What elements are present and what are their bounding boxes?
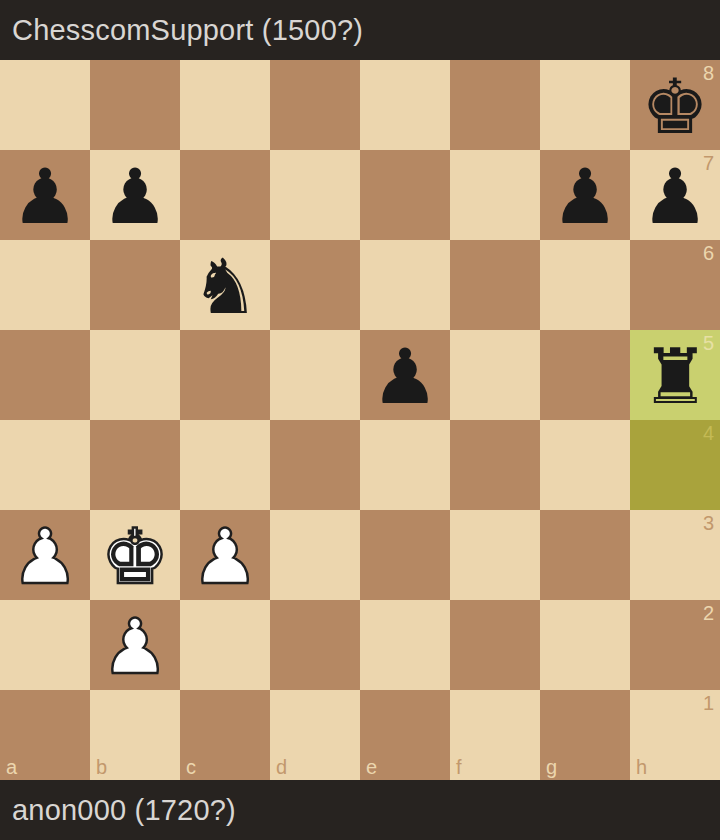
square-g1[interactable]: g (540, 690, 630, 780)
square-g2[interactable] (540, 600, 630, 690)
square-h8[interactable]: 8♚ (630, 60, 720, 150)
square-e3[interactable] (360, 510, 450, 600)
square-c5[interactable] (180, 330, 270, 420)
file-label-g: g (546, 757, 557, 777)
square-b5[interactable] (90, 330, 180, 420)
piece-white-pawn[interactable]: ♟ (0, 512, 90, 602)
square-a1[interactable]: a (0, 690, 90, 780)
file-label-a: a (6, 757, 17, 777)
square-f1[interactable]: f (450, 690, 540, 780)
square-e2[interactable] (360, 600, 450, 690)
piece-black-pawn[interactable]: ♟ (360, 332, 450, 422)
square-b7[interactable]: ♟ (90, 150, 180, 240)
file-label-e: e (366, 757, 377, 777)
rank-label-2: 2 (703, 603, 714, 623)
piece-black-king[interactable]: ♚ (630, 62, 720, 152)
square-e7[interactable] (360, 150, 450, 240)
square-e5[interactable]: ♟ (360, 330, 450, 420)
piece-black-rook[interactable]: ♜ (630, 332, 720, 422)
square-c1[interactable]: c (180, 690, 270, 780)
square-h3[interactable]: 3 (630, 510, 720, 600)
player-name: anon000 (1720?) (12, 794, 236, 827)
chess-board[interactable]: 8♚♟♟♟7♟♞6♟5♜4♟♚♟3♟2abcdefg1h (0, 60, 720, 780)
square-h4[interactable]: 4 (630, 420, 720, 510)
square-g5[interactable] (540, 330, 630, 420)
square-f3[interactable] (450, 510, 540, 600)
square-f7[interactable] (450, 150, 540, 240)
square-d8[interactable] (270, 60, 360, 150)
square-a2[interactable] (0, 600, 90, 690)
square-a3[interactable]: ♟ (0, 510, 90, 600)
square-g8[interactable] (540, 60, 630, 150)
square-d3[interactable] (270, 510, 360, 600)
rank-label-3: 3 (703, 513, 714, 533)
file-label-d: d (276, 757, 287, 777)
square-c8[interactable] (180, 60, 270, 150)
square-h1[interactable]: 1h (630, 690, 720, 780)
square-c2[interactable] (180, 600, 270, 690)
square-h5[interactable]: 5♜ (630, 330, 720, 420)
square-g4[interactable] (540, 420, 630, 510)
square-c4[interactable] (180, 420, 270, 510)
square-d6[interactable] (270, 240, 360, 330)
player-bar: anon000 (1720?) (0, 780, 720, 840)
square-f8[interactable] (450, 60, 540, 150)
square-d2[interactable] (270, 600, 360, 690)
square-g6[interactable] (540, 240, 630, 330)
square-d5[interactable] (270, 330, 360, 420)
piece-black-knight[interactable]: ♞ (180, 242, 270, 332)
square-f4[interactable] (450, 420, 540, 510)
chess-app: ChesscomSupport (1500?) 8♚♟♟♟7♟♞6♟5♜4♟♚♟… (0, 0, 720, 840)
piece-white-king[interactable]: ♚ (90, 512, 180, 602)
piece-white-pawn[interactable]: ♟ (90, 602, 180, 692)
square-c3[interactable]: ♟ (180, 510, 270, 600)
square-f2[interactable] (450, 600, 540, 690)
opponent-bar: ChesscomSupport (1500?) (0, 0, 720, 60)
square-e6[interactable] (360, 240, 450, 330)
square-e1[interactable]: e (360, 690, 450, 780)
square-e4[interactable] (360, 420, 450, 510)
piece-black-pawn[interactable]: ♟ (90, 152, 180, 242)
square-c7[interactable] (180, 150, 270, 240)
file-label-c: c (186, 757, 196, 777)
square-h6[interactable]: 6 (630, 240, 720, 330)
square-f5[interactable] (450, 330, 540, 420)
square-a6[interactable] (0, 240, 90, 330)
rank-label-1: 1 (703, 693, 714, 713)
file-label-h: h (636, 757, 647, 777)
piece-black-pawn[interactable]: ♟ (540, 152, 630, 242)
square-b2[interactable]: ♟ (90, 600, 180, 690)
square-c6[interactable]: ♞ (180, 240, 270, 330)
square-a4[interactable] (0, 420, 90, 510)
square-d7[interactable] (270, 150, 360, 240)
square-b1[interactable]: b (90, 690, 180, 780)
square-h2[interactable]: 2 (630, 600, 720, 690)
opponent-name: ChesscomSupport (1500?) (12, 14, 363, 47)
square-e8[interactable] (360, 60, 450, 150)
square-d1[interactable]: d (270, 690, 360, 780)
square-b8[interactable] (90, 60, 180, 150)
square-d4[interactable] (270, 420, 360, 510)
rank-label-4: 4 (703, 423, 714, 443)
square-b4[interactable] (90, 420, 180, 510)
piece-black-pawn[interactable]: ♟ (0, 152, 90, 242)
square-f6[interactable] (450, 240, 540, 330)
square-h7[interactable]: 7♟ (630, 150, 720, 240)
square-a8[interactable] (0, 60, 90, 150)
square-a7[interactable]: ♟ (0, 150, 90, 240)
piece-black-pawn[interactable]: ♟ (630, 152, 720, 242)
file-label-b: b (96, 757, 107, 777)
square-g7[interactable]: ♟ (540, 150, 630, 240)
square-g3[interactable] (540, 510, 630, 600)
square-b3[interactable]: ♚ (90, 510, 180, 600)
piece-white-pawn[interactable]: ♟ (180, 512, 270, 602)
rank-label-6: 6 (703, 243, 714, 263)
square-b6[interactable] (90, 240, 180, 330)
file-label-f: f (456, 757, 462, 777)
square-a5[interactable] (0, 330, 90, 420)
